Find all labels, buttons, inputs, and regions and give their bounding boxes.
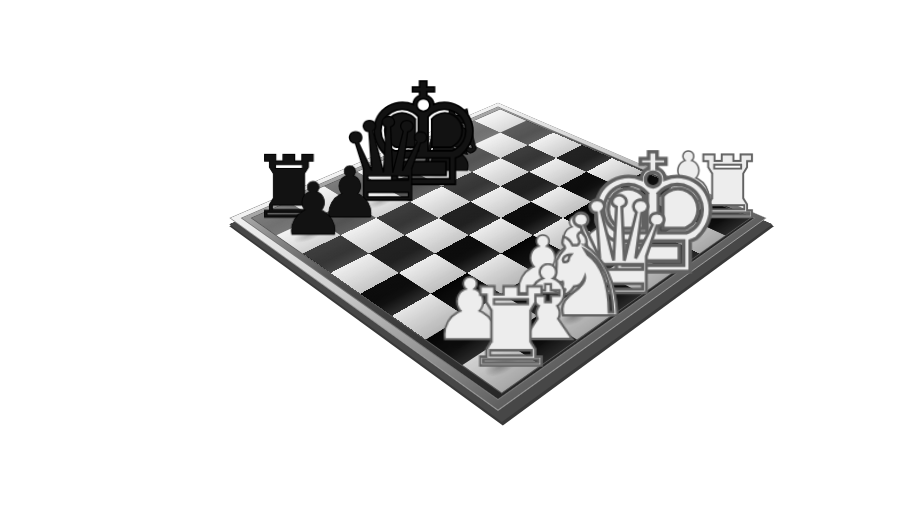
square-a7: ♟ [277, 218, 341, 254]
white-rook[interactable]: ♜ [402, 284, 620, 371]
board-inner-margin: ♜♟♟♛♚♞♟♟♟♟♟♟♜♝♞♛♚♜ [241, 107, 756, 401]
model-viewport[interactable]: ♜♟♟♛♚♞♟♟♟♟♟♟♜♝♞♛♚♜ [0, 0, 910, 512]
board-squares-grid: ♜♟♟♛♚♞♟♟♟♟♟♟♜♝♞♛♚♜ [251, 109, 752, 394]
square-a1: ♜ [462, 340, 540, 393]
chessboard[interactable]: ♜♟♟♛♚♞♟♟♟♟♟♟♜♝♞♛♚♜ [229, 103, 766, 411]
black-pawn[interactable]: ♟ [241, 181, 386, 239]
